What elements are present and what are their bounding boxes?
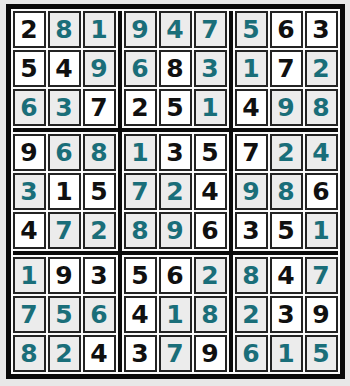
- cell-r1c7[interactable]: 5: [235, 11, 268, 48]
- cell-r9c3[interactable]: 4: [83, 335, 116, 372]
- cell-r4c1[interactable]: 9: [13, 134, 46, 171]
- cell-r7c4[interactable]: 5: [124, 257, 157, 294]
- cell-r4c2[interactable]: 6: [48, 134, 81, 171]
- cell-r1c3[interactable]: 1: [83, 11, 116, 48]
- cell-r2c8[interactable]: 7: [270, 50, 303, 87]
- cell-r5c7[interactable]: 9: [235, 173, 268, 210]
- cell-r2c2[interactable]: 4: [48, 50, 81, 87]
- cell-r6c7[interactable]: 3: [235, 212, 268, 249]
- cell-r2c5[interactable]: 8: [159, 50, 192, 87]
- cell-r1c4[interactable]: 9: [124, 11, 157, 48]
- cell-r2c9[interactable]: 2: [305, 50, 338, 87]
- cell-r9c8[interactable]: 1: [270, 335, 303, 372]
- block-separator-vertical-2: [229, 11, 233, 372]
- cell-r6c4[interactable]: 8: [124, 212, 157, 249]
- sudoku-grid: 2819475635496831726372514989681357243157…: [13, 11, 338, 372]
- cell-r5c2[interactable]: 1: [48, 173, 81, 210]
- cell-r2c3[interactable]: 9: [83, 50, 116, 87]
- cell-r5c1[interactable]: 3: [13, 173, 46, 210]
- cell-r8c6[interactable]: 8: [194, 296, 227, 333]
- sudoku-board: 2819475635496831726372514989681357243157…: [0, 0, 350, 386]
- cell-r1c1[interactable]: 2: [13, 11, 46, 48]
- cell-r5c8[interactable]: 8: [270, 173, 303, 210]
- cell-r3c1[interactable]: 6: [13, 89, 46, 126]
- cell-r7c5[interactable]: 6: [159, 257, 192, 294]
- cell-r3c4[interactable]: 2: [124, 89, 157, 126]
- cell-r8c8[interactable]: 3: [270, 296, 303, 333]
- cell-r9c4[interactable]: 3: [124, 335, 157, 372]
- block-separator-horizontal-1: [13, 128, 338, 132]
- cell-r8c5[interactable]: 1: [159, 296, 192, 333]
- sudoku-frame: 2819475635496831726372514989681357243157…: [6, 4, 345, 379]
- cell-r8c2[interactable]: 5: [48, 296, 81, 333]
- cell-r8c7[interactable]: 2: [235, 296, 268, 333]
- cell-r8c9[interactable]: 9: [305, 296, 338, 333]
- cell-r3c2[interactable]: 3: [48, 89, 81, 126]
- cell-r2c7[interactable]: 1: [235, 50, 268, 87]
- cell-r7c8[interactable]: 4: [270, 257, 303, 294]
- cell-r6c9[interactable]: 1: [305, 212, 338, 249]
- cell-r8c3[interactable]: 6: [83, 296, 116, 333]
- cell-r8c1[interactable]: 7: [13, 296, 46, 333]
- cell-r7c3[interactable]: 3: [83, 257, 116, 294]
- block-separator-horizontal-2: [13, 251, 338, 255]
- cell-r3c3[interactable]: 7: [83, 89, 116, 126]
- cell-r7c6[interactable]: 2: [194, 257, 227, 294]
- cell-r4c5[interactable]: 3: [159, 134, 192, 171]
- cell-r3c5[interactable]: 5: [159, 89, 192, 126]
- cell-r5c4[interactable]: 7: [124, 173, 157, 210]
- cell-r1c9[interactable]: 3: [305, 11, 338, 48]
- cell-r4c8[interactable]: 2: [270, 134, 303, 171]
- cell-r5c3[interactable]: 5: [83, 173, 116, 210]
- cell-r6c8[interactable]: 5: [270, 212, 303, 249]
- cell-r3c9[interactable]: 8: [305, 89, 338, 126]
- cell-r5c5[interactable]: 2: [159, 173, 192, 210]
- cell-r2c6[interactable]: 3: [194, 50, 227, 87]
- cell-r7c9[interactable]: 7: [305, 257, 338, 294]
- cell-r3c7[interactable]: 4: [235, 89, 268, 126]
- cell-r4c9[interactable]: 4: [305, 134, 338, 171]
- cell-r5c9[interactable]: 6: [305, 173, 338, 210]
- cell-r4c3[interactable]: 8: [83, 134, 116, 171]
- cell-r2c4[interactable]: 6: [124, 50, 157, 87]
- cell-r6c5[interactable]: 9: [159, 212, 192, 249]
- cell-r4c7[interactable]: 7: [235, 134, 268, 171]
- cell-r9c6[interactable]: 9: [194, 335, 227, 372]
- cell-r9c7[interactable]: 6: [235, 335, 268, 372]
- cell-r7c2[interactable]: 9: [48, 257, 81, 294]
- cell-r9c1[interactable]: 8: [13, 335, 46, 372]
- cell-r4c4[interactable]: 1: [124, 134, 157, 171]
- cell-r6c2[interactable]: 7: [48, 212, 81, 249]
- cell-r8c4[interactable]: 4: [124, 296, 157, 333]
- cell-r9c5[interactable]: 7: [159, 335, 192, 372]
- cell-r7c1[interactable]: 1: [13, 257, 46, 294]
- cell-r6c1[interactable]: 4: [13, 212, 46, 249]
- cell-r7c7[interactable]: 8: [235, 257, 268, 294]
- cell-r1c8[interactable]: 6: [270, 11, 303, 48]
- cell-r6c6[interactable]: 6: [194, 212, 227, 249]
- cell-r1c5[interactable]: 4: [159, 11, 192, 48]
- cell-r1c2[interactable]: 8: [48, 11, 81, 48]
- cell-r6c3[interactable]: 2: [83, 212, 116, 249]
- cell-r9c2[interactable]: 2: [48, 335, 81, 372]
- cell-r5c6[interactable]: 4: [194, 173, 227, 210]
- cell-r9c9[interactable]: 5: [305, 335, 338, 372]
- cell-r1c6[interactable]: 7: [194, 11, 227, 48]
- cell-r3c6[interactable]: 1: [194, 89, 227, 126]
- block-separator-vertical-1: [118, 11, 122, 372]
- cell-r4c6[interactable]: 5: [194, 134, 227, 171]
- cell-r3c8[interactable]: 9: [270, 89, 303, 126]
- cell-r2c1[interactable]: 5: [13, 50, 46, 87]
